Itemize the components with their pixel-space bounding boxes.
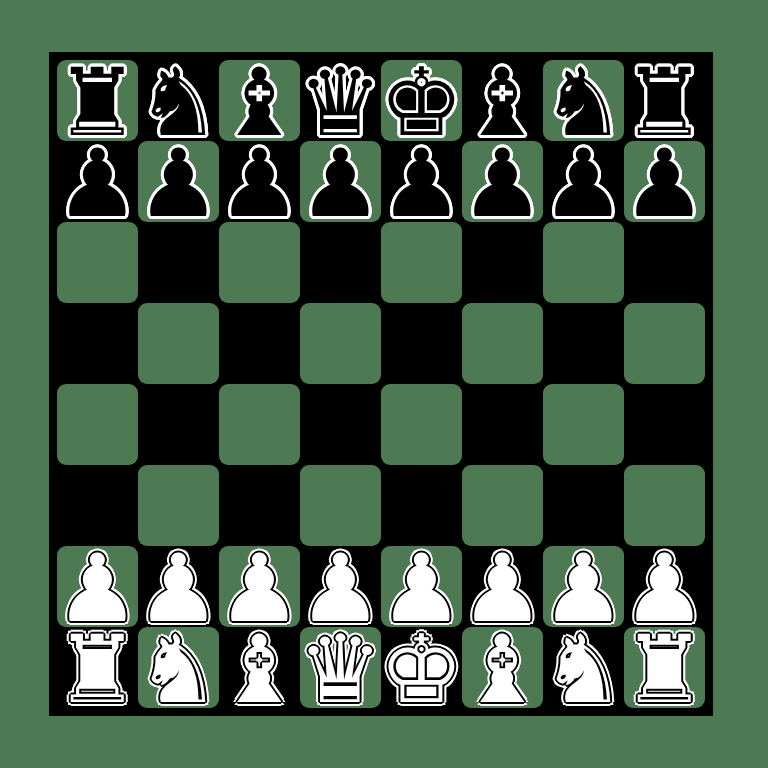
piece-white-knight: ♞ — [136, 629, 220, 710]
square-h4[interactable] — [624, 384, 705, 465]
square-f4[interactable] — [462, 384, 543, 465]
square-e7[interactable]: ♟ — [381, 141, 462, 222]
piece-white-bishop: ♝ — [460, 629, 544, 710]
piece-black-pawn: ♟ — [541, 143, 625, 224]
piece-black-pawn: ♟ — [55, 143, 139, 224]
square-a5[interactable] — [57, 303, 138, 384]
page-background: ♜♞♝♛♚♝♞♜♟♟♟♟♟♟♟♟♟♟♟♟♟♟♟♟♜♞♝♛♚♝♞♜ — [0, 0, 768, 768]
square-d5[interactable] — [300, 303, 381, 384]
piece-white-knight: ♞ — [541, 629, 625, 710]
square-b7[interactable]: ♟ — [138, 141, 219, 222]
square-d4[interactable] — [300, 384, 381, 465]
square-g4[interactable] — [543, 384, 624, 465]
square-a4[interactable] — [57, 384, 138, 465]
piece-black-pawn: ♟ — [217, 143, 301, 224]
square-b5[interactable] — [138, 303, 219, 384]
square-h7[interactable]: ♟ — [624, 141, 705, 222]
square-g7[interactable]: ♟ — [543, 141, 624, 222]
square-g5[interactable] — [543, 303, 624, 384]
square-f1[interactable]: ♝ — [462, 627, 543, 708]
square-h1[interactable]: ♜ — [624, 627, 705, 708]
piece-black-pawn: ♟ — [379, 143, 463, 224]
square-f5[interactable] — [462, 303, 543, 384]
square-c4[interactable] — [219, 384, 300, 465]
square-d7[interactable]: ♟ — [300, 141, 381, 222]
piece-white-bishop: ♝ — [217, 629, 301, 710]
piece-black-pawn: ♟ — [298, 143, 382, 224]
chess-board-frame: ♜♞♝♛♚♝♞♜♟♟♟♟♟♟♟♟♟♟♟♟♟♟♟♟♜♞♝♛♚♝♞♜ — [49, 52, 713, 716]
square-e5[interactable] — [381, 303, 462, 384]
piece-white-queen: ♛ — [298, 629, 382, 710]
square-e4[interactable] — [381, 384, 462, 465]
piece-black-pawn: ♟ — [136, 143, 220, 224]
square-h5[interactable] — [624, 303, 705, 384]
square-e1[interactable]: ♚ — [381, 627, 462, 708]
piece-white-rook: ♜ — [622, 629, 706, 710]
square-a7[interactable]: ♟ — [57, 141, 138, 222]
square-b4[interactable] — [138, 384, 219, 465]
square-d1[interactable]: ♛ — [300, 627, 381, 708]
square-a1[interactable]: ♜ — [57, 627, 138, 708]
square-c7[interactable]: ♟ — [219, 141, 300, 222]
chess-board: ♜♞♝♛♚♝♞♜♟♟♟♟♟♟♟♟♟♟♟♟♟♟♟♟♜♞♝♛♚♝♞♜ — [57, 60, 705, 708]
square-f7[interactable]: ♟ — [462, 141, 543, 222]
piece-white-king: ♚ — [379, 629, 463, 710]
square-g1[interactable]: ♞ — [543, 627, 624, 708]
piece-black-pawn: ♟ — [460, 143, 544, 224]
square-c1[interactable]: ♝ — [219, 627, 300, 708]
piece-black-pawn: ♟ — [622, 143, 706, 224]
square-b1[interactable]: ♞ — [138, 627, 219, 708]
piece-white-rook: ♜ — [55, 629, 139, 710]
square-c5[interactable] — [219, 303, 300, 384]
